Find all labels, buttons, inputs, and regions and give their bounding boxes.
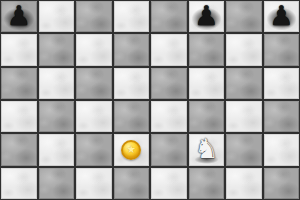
square-a2[interactable] [1, 134, 37, 165]
square-c4[interactable] [76, 68, 112, 99]
square-h4[interactable] [264, 68, 300, 99]
square-b4[interactable] [39, 68, 75, 99]
square-d3[interactable] [114, 101, 150, 132]
square-g4[interactable] [226, 68, 262, 99]
square-f6[interactable]: ♟ [189, 1, 225, 32]
square-f2[interactable]: ♞ [189, 134, 225, 165]
square-c1[interactable] [76, 168, 112, 199]
square-f4[interactable] [189, 68, 225, 99]
square-c2[interactable] [76, 134, 112, 165]
black-pawn[interactable]: ♟ [7, 2, 31, 29]
square-g6[interactable] [226, 1, 262, 32]
square-b5[interactable] [39, 34, 75, 65]
square-e2[interactable] [151, 134, 187, 165]
square-g5[interactable] [226, 34, 262, 65]
square-f5[interactable] [189, 34, 225, 65]
square-b3[interactable] [39, 101, 75, 132]
square-g2[interactable] [226, 134, 262, 165]
square-c5[interactable] [76, 34, 112, 65]
square-e4[interactable] [151, 68, 187, 99]
square-a3[interactable] [1, 101, 37, 132]
square-d2[interactable]: ★ [114, 134, 150, 165]
square-h1[interactable] [264, 168, 300, 199]
gold-coin[interactable]: ★ [121, 140, 141, 160]
square-d1[interactable] [114, 168, 150, 199]
coin-star-icon: ★ [126, 144, 136, 155]
black-pawn[interactable]: ♟ [269, 2, 293, 29]
square-h2[interactable] [264, 134, 300, 165]
square-f1[interactable] [189, 168, 225, 199]
square-a1[interactable] [1, 168, 37, 199]
board: ♟♟♟★♞ [0, 0, 300, 200]
square-c6[interactable] [76, 1, 112, 32]
square-b6[interactable] [39, 1, 75, 32]
square-b1[interactable] [39, 168, 75, 199]
square-b2[interactable] [39, 134, 75, 165]
square-h3[interactable] [264, 101, 300, 132]
square-h5[interactable] [264, 34, 300, 65]
square-e6[interactable] [151, 1, 187, 32]
square-a5[interactable] [1, 34, 37, 65]
square-a4[interactable] [1, 68, 37, 99]
square-c3[interactable] [76, 101, 112, 132]
square-e1[interactable] [151, 168, 187, 199]
square-f3[interactable] [189, 101, 225, 132]
black-pawn[interactable]: ♟ [194, 2, 218, 29]
square-e5[interactable] [151, 34, 187, 65]
square-e3[interactable] [151, 101, 187, 132]
square-d4[interactable] [114, 68, 150, 99]
square-a6[interactable]: ♟ [1, 1, 37, 32]
square-g3[interactable] [226, 101, 262, 132]
square-d6[interactable] [114, 1, 150, 32]
square-d5[interactable] [114, 34, 150, 65]
white-knight[interactable]: ♞ [194, 135, 218, 162]
square-h6[interactable]: ♟ [264, 1, 300, 32]
square-g1[interactable] [226, 168, 262, 199]
